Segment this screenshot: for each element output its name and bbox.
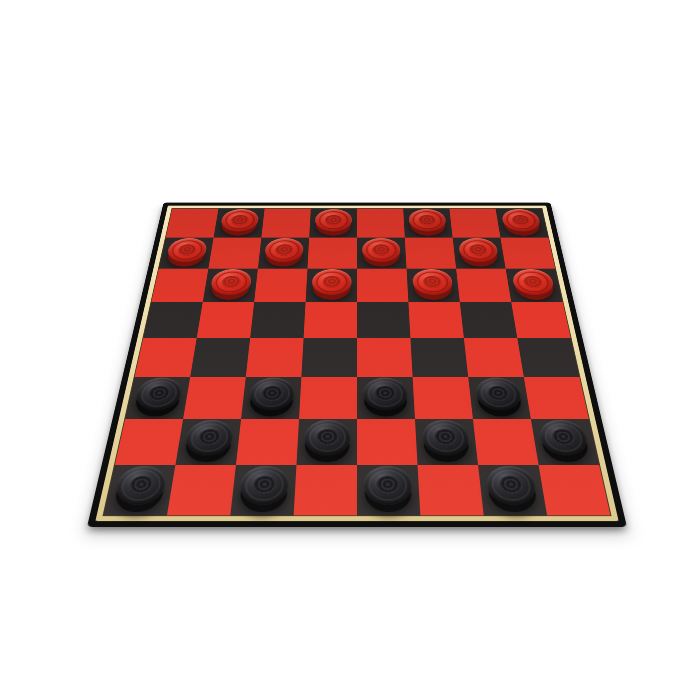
square-r2c2	[208, 238, 261, 269]
square-r5c1	[135, 338, 197, 377]
board-inner-border	[95, 206, 618, 522]
red-piece-r2c7[interactable]	[458, 238, 499, 262]
black-piece-r6c1[interactable]	[133, 378, 184, 411]
red-piece-r1c6[interactable]	[408, 209, 446, 231]
square-r3c2[interactable]	[203, 269, 258, 302]
square-r6c4	[299, 377, 357, 419]
square-r6c6	[413, 377, 473, 419]
black-piece-r7c6[interactable]	[421, 420, 470, 456]
square-r6c3[interactable]	[241, 377, 301, 419]
square-r3c5	[357, 269, 408, 302]
square-r2c1[interactable]	[159, 238, 214, 269]
square-r3c8[interactable]	[506, 269, 563, 302]
scene	[0, 0, 700, 700]
square-r2c8	[500, 238, 555, 269]
black-piece-r7c2[interactable]	[184, 420, 235, 456]
square-r5c8[interactable]	[517, 338, 579, 377]
red-piece-r3c8[interactable]	[511, 269, 555, 295]
square-r1c6[interactable]	[403, 209, 452, 238]
red-piece-r1c4[interactable]	[315, 209, 352, 231]
square-r2c3[interactable]	[258, 238, 309, 269]
square-r1c2[interactable]	[214, 209, 265, 238]
square-r2c7[interactable]	[453, 238, 506, 269]
black-piece-r8c3[interactable]	[238, 466, 289, 505]
square-r2c5[interactable]	[357, 238, 407, 269]
checkers-board	[87, 203, 627, 527]
square-r3c7	[456, 269, 511, 302]
square-r5c7	[464, 338, 524, 377]
square-r8c8	[539, 465, 611, 515]
square-r3c6[interactable]	[407, 269, 460, 302]
square-r3c3	[254, 269, 307, 302]
square-r4c4	[304, 302, 357, 338]
square-r2c4	[307, 238, 357, 269]
square-r3c4[interactable]	[306, 269, 357, 302]
square-r2c6	[405, 238, 456, 269]
square-r6c7[interactable]	[468, 377, 531, 419]
square-r1c3	[261, 209, 310, 238]
black-piece-r6c3[interactable]	[248, 378, 295, 411]
square-r6c2	[183, 377, 246, 419]
square-r1c8[interactable]	[496, 209, 549, 238]
square-r1c7	[449, 209, 500, 238]
red-piece-r2c3[interactable]	[264, 238, 304, 262]
red-piece-r3c2[interactable]	[210, 269, 253, 295]
square-r8c6	[418, 465, 484, 515]
square-r4c1[interactable]	[143, 302, 202, 338]
square-r4c7[interactable]	[460, 302, 517, 338]
square-r4c2	[197, 302, 254, 338]
square-r1c4[interactable]	[309, 209, 357, 238]
square-r7c3	[236, 419, 299, 465]
square-r5c5	[357, 338, 413, 377]
square-r7c2[interactable]	[175, 419, 241, 465]
square-r6c1[interactable]	[125, 377, 190, 419]
square-r7c1	[115, 419, 183, 465]
square-r8c1[interactable]	[104, 465, 176, 515]
square-r8c5[interactable]	[357, 465, 420, 515]
square-r5c2[interactable]	[190, 338, 250, 377]
black-piece-r7c8[interactable]	[537, 420, 590, 456]
square-r7c6[interactable]	[415, 419, 478, 465]
red-piece-r1c8[interactable]	[501, 209, 542, 231]
square-r7c8[interactable]	[531, 419, 599, 465]
square-r1c1	[166, 209, 219, 238]
square-r4c8	[511, 302, 570, 338]
square-r8c2	[167, 465, 236, 515]
square-r7c7	[473, 419, 539, 465]
square-r6c8	[524, 377, 589, 419]
square-r7c5	[357, 419, 418, 465]
black-piece-r8c5[interactable]	[364, 466, 413, 505]
square-r4c3[interactable]	[250, 302, 305, 338]
square-r1c5	[357, 209, 405, 238]
square-r5c3	[246, 338, 304, 377]
square-r5c6[interactable]	[410, 338, 468, 377]
red-piece-r2c5[interactable]	[362, 238, 401, 262]
black-piece-r6c5[interactable]	[363, 378, 408, 411]
black-piece-r8c7[interactable]	[485, 466, 539, 505]
black-piece-r7c4[interactable]	[304, 420, 351, 456]
black-piece-r6c7[interactable]	[474, 378, 523, 411]
square-r8c7[interactable]	[478, 465, 547, 515]
square-r7c4[interactable]	[296, 419, 357, 465]
square-r3c1	[151, 269, 208, 302]
square-r8c4	[294, 465, 357, 515]
square-r5c4[interactable]	[301, 338, 357, 377]
black-piece-r8c1[interactable]	[113, 466, 169, 505]
square-r4c6	[408, 302, 463, 338]
red-piece-r2c1[interactable]	[166, 238, 209, 262]
red-piece-r3c4[interactable]	[312, 269, 352, 295]
square-r4c5[interactable]	[357, 302, 410, 338]
squares-grid	[102, 208, 611, 516]
square-r8c3[interactable]	[230, 465, 296, 515]
red-piece-r3c6[interactable]	[412, 269, 453, 295]
square-r6c5[interactable]	[357, 377, 415, 419]
red-piece-r1c2[interactable]	[220, 209, 260, 231]
